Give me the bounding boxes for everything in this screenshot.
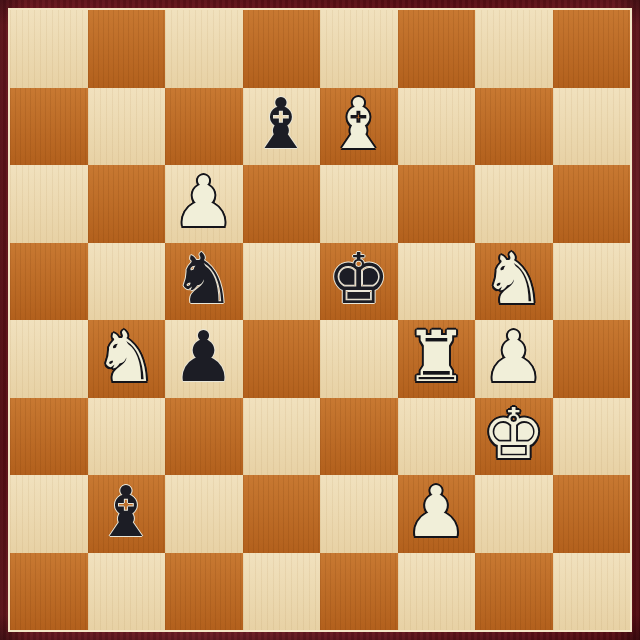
square-f7[interactable] [398, 88, 476, 166]
square-d7[interactable]: ♝ [243, 88, 321, 166]
square-b6[interactable] [88, 165, 166, 243]
square-b7[interactable] [88, 88, 166, 166]
square-c5[interactable]: ♞ [165, 243, 243, 321]
square-d5[interactable] [243, 243, 321, 321]
white-knight: ♞ [95, 322, 158, 392]
square-b8[interactable] [88, 10, 166, 88]
square-a8[interactable] [10, 10, 88, 88]
white-bishop: ♝ [327, 89, 390, 159]
black-pawn: ♟ [172, 322, 235, 392]
square-b2[interactable]: ♝ [88, 475, 166, 553]
square-c6[interactable]: ♟ [165, 165, 243, 243]
square-a5[interactable] [10, 243, 88, 321]
square-f2[interactable]: ♟ [398, 475, 476, 553]
square-h3[interactable] [553, 398, 631, 476]
square-b5[interactable] [88, 243, 166, 321]
square-c3[interactable] [165, 398, 243, 476]
board-frame: ♝♝♟♞♚♞♞♟♜♟♚♝♟ [0, 0, 640, 640]
square-e8[interactable] [320, 10, 398, 88]
square-a7[interactable] [10, 88, 88, 166]
square-b4[interactable]: ♞ [88, 320, 166, 398]
square-e1[interactable] [320, 553, 398, 631]
square-g1[interactable] [475, 553, 553, 631]
white-pawn: ♟ [405, 477, 468, 547]
square-h2[interactable] [553, 475, 631, 553]
square-h1[interactable] [553, 553, 631, 631]
white-pawn: ♟ [172, 167, 235, 237]
black-bishop: ♝ [95, 477, 158, 547]
square-g5[interactable]: ♞ [475, 243, 553, 321]
square-g7[interactable] [475, 88, 553, 166]
square-c2[interactable] [165, 475, 243, 553]
square-e3[interactable] [320, 398, 398, 476]
white-rook: ♜ [405, 322, 468, 392]
square-g4[interactable]: ♟ [475, 320, 553, 398]
square-g2[interactable] [475, 475, 553, 553]
black-bishop: ♝ [250, 89, 313, 159]
square-h5[interactable] [553, 243, 631, 321]
square-d8[interactable] [243, 10, 321, 88]
square-a1[interactable] [10, 553, 88, 631]
square-e6[interactable] [320, 165, 398, 243]
square-h6[interactable] [553, 165, 631, 243]
square-g8[interactable] [475, 10, 553, 88]
square-e2[interactable] [320, 475, 398, 553]
square-h7[interactable] [553, 88, 631, 166]
white-knight: ♞ [482, 244, 545, 314]
chess-board: ♝♝♟♞♚♞♞♟♜♟♚♝♟ [10, 10, 630, 630]
square-d4[interactable] [243, 320, 321, 398]
square-c1[interactable] [165, 553, 243, 631]
square-g6[interactable] [475, 165, 553, 243]
square-a2[interactable] [10, 475, 88, 553]
square-a4[interactable] [10, 320, 88, 398]
square-h8[interactable] [553, 10, 631, 88]
square-e7[interactable]: ♝ [320, 88, 398, 166]
square-c4[interactable]: ♟ [165, 320, 243, 398]
white-king: ♚ [482, 399, 545, 469]
square-c8[interactable] [165, 10, 243, 88]
white-pawn: ♟ [482, 322, 545, 392]
square-h4[interactable] [553, 320, 631, 398]
square-d6[interactable] [243, 165, 321, 243]
square-f5[interactable] [398, 243, 476, 321]
square-e4[interactable] [320, 320, 398, 398]
square-f1[interactable] [398, 553, 476, 631]
square-a6[interactable] [10, 165, 88, 243]
square-f3[interactable] [398, 398, 476, 476]
square-b3[interactable] [88, 398, 166, 476]
square-g3[interactable]: ♚ [475, 398, 553, 476]
square-f4[interactable]: ♜ [398, 320, 476, 398]
black-knight: ♞ [172, 244, 235, 314]
square-d2[interactable] [243, 475, 321, 553]
square-e5[interactable]: ♚ [320, 243, 398, 321]
square-d3[interactable] [243, 398, 321, 476]
square-b1[interactable] [88, 553, 166, 631]
square-d1[interactable] [243, 553, 321, 631]
square-a3[interactable] [10, 398, 88, 476]
square-f6[interactable] [398, 165, 476, 243]
square-f8[interactable] [398, 10, 476, 88]
square-c7[interactable] [165, 88, 243, 166]
black-king: ♚ [327, 244, 390, 314]
